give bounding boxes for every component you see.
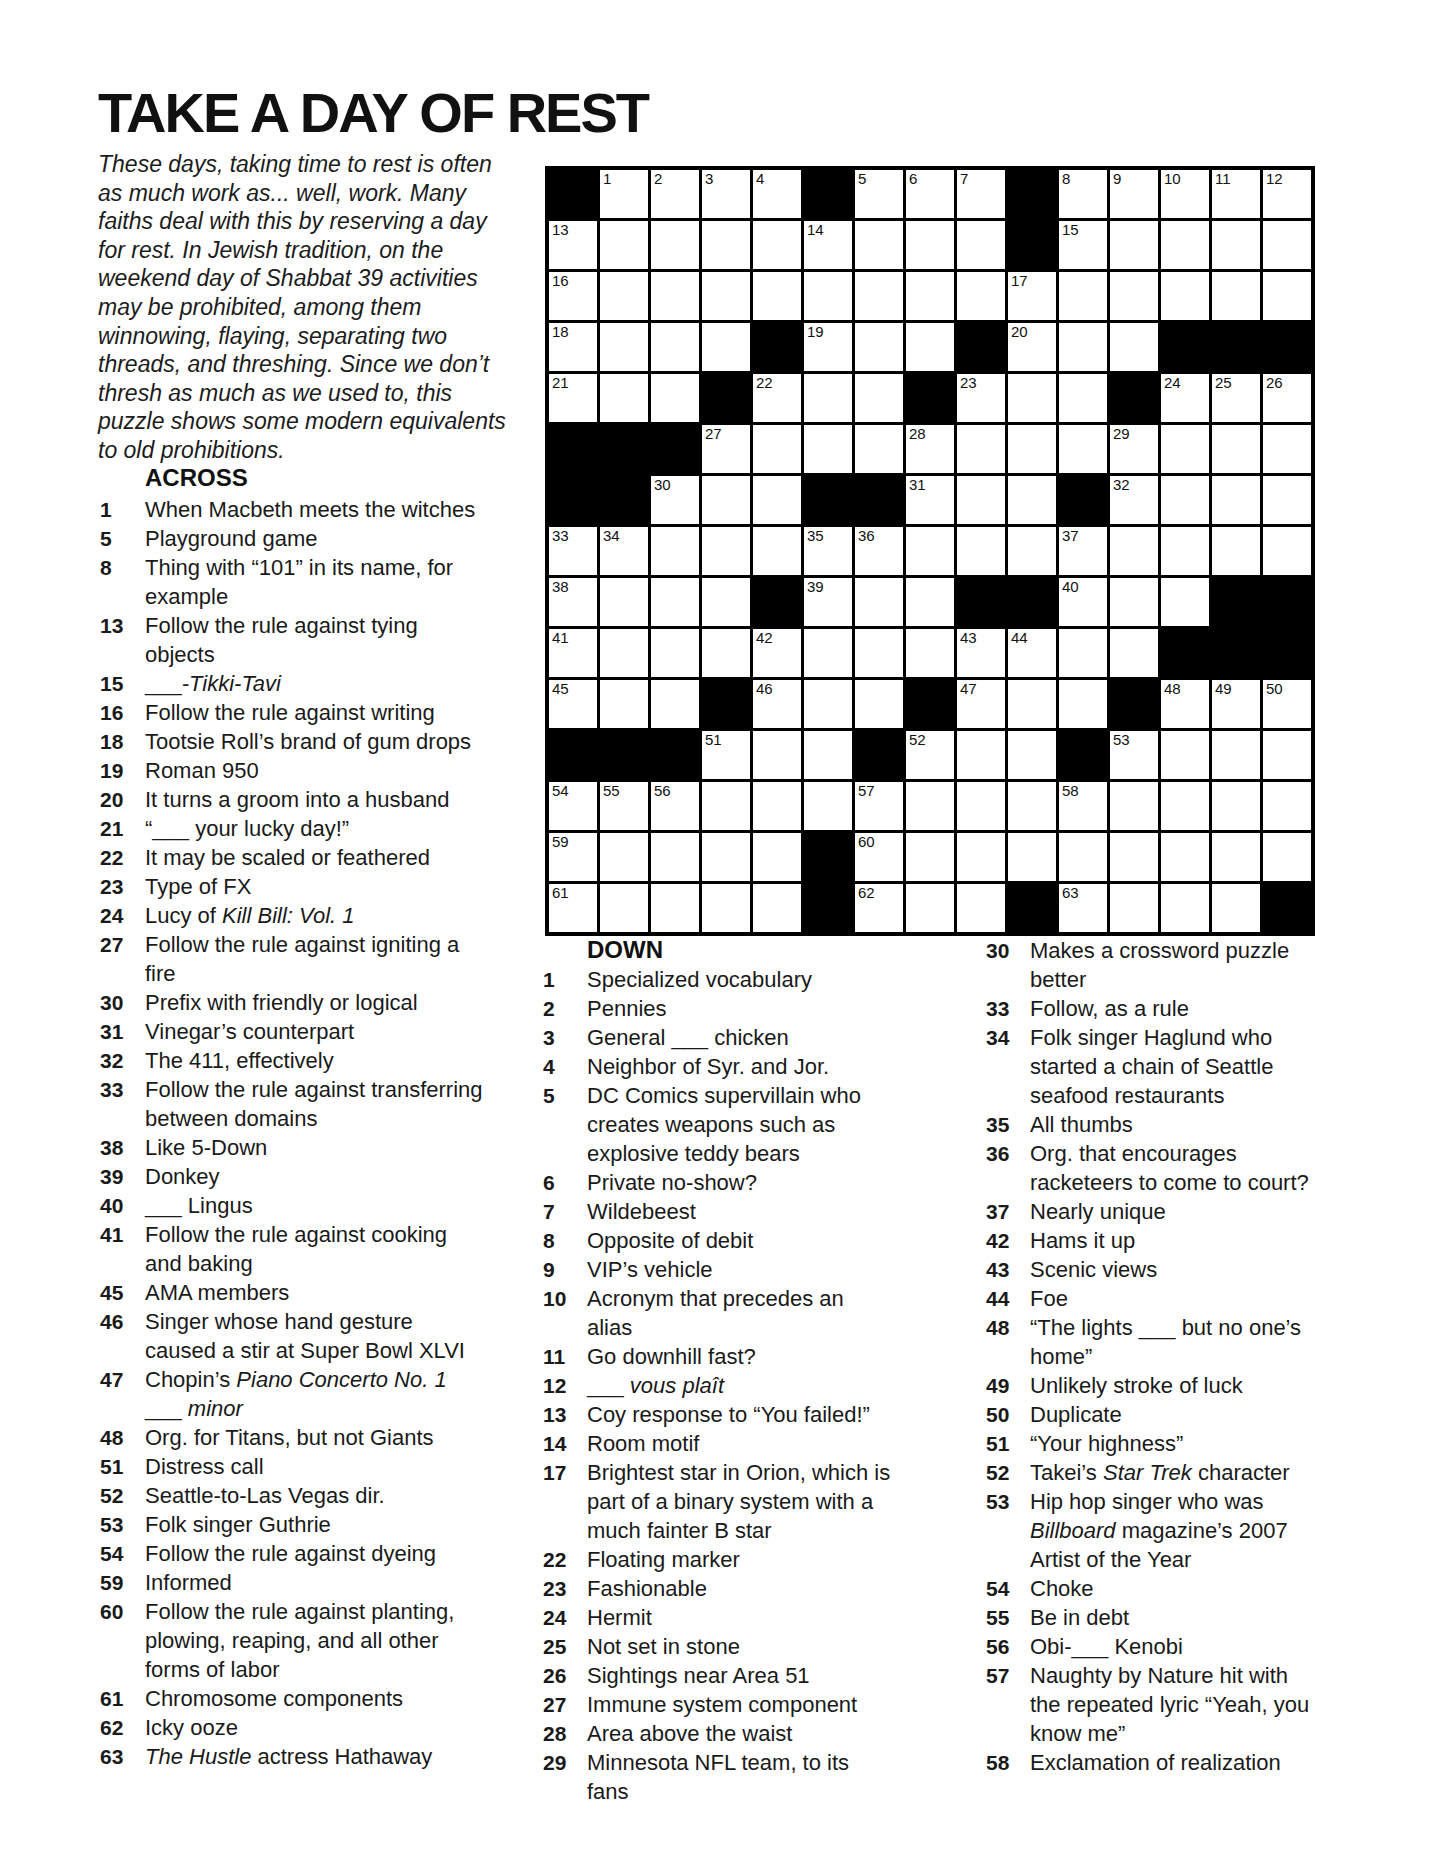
grid-cell[interactable]: 38 [549,578,597,626]
grid-cell[interactable] [1161,833,1209,881]
grid-cell[interactable] [600,221,648,269]
grid-cell[interactable] [753,272,801,320]
grid-cell[interactable]: 37 [1059,527,1107,575]
grid-cell[interactable] [753,884,801,932]
grid-cell[interactable] [1161,272,1209,320]
grid-cell[interactable] [753,782,801,830]
grid-cell[interactable] [600,578,648,626]
cell-number: 31 [909,476,926,493]
grid-cell[interactable]: 62 [855,884,903,932]
black-cell [906,374,954,422]
grid-cell[interactable]: 19 [804,323,852,371]
clue-number: 50 [986,1400,1030,1429]
cell-number: 45 [552,680,569,697]
grid-cell[interactable] [1008,425,1056,473]
across-clue: 32The 411, effectively [100,1046,500,1075]
grid-cell[interactable] [1161,782,1209,830]
grid-cell[interactable]: 18 [549,323,597,371]
grid-cell[interactable] [1161,221,1209,269]
grid-cell[interactable] [753,731,801,779]
grid-cell[interactable] [651,578,699,626]
grid-cell[interactable]: 59 [549,833,597,881]
grid-cell[interactable]: 29 [1110,425,1158,473]
clue-number: 49 [986,1371,1030,1400]
grid-cell[interactable]: 30 [651,476,699,524]
grid-cell[interactable] [855,323,903,371]
grid-cell[interactable]: 40 [1059,578,1107,626]
clue-text: The Hustle actress Hathaway [145,1742,487,1771]
grid-cell[interactable] [804,272,852,320]
grid-cell[interactable] [1263,221,1311,269]
grid-cell[interactable]: 48 [1161,680,1209,728]
grid-cell[interactable]: 26 [1263,374,1311,422]
grid-cell[interactable] [1059,272,1107,320]
grid-cell[interactable] [1263,425,1311,473]
grid-cell[interactable] [702,527,750,575]
cell-number: 22 [756,374,773,391]
clue-text: Follow the rule against cooking and baki… [145,1220,487,1278]
down-clue: 48“The lights ___ but no one’s home” [986,1313,1336,1371]
grid-cell[interactable]: 52 [906,731,954,779]
down-clue: 13Coy response to “You failed!” [543,1400,963,1429]
grid-cell[interactable] [804,374,852,422]
black-cell [855,731,903,779]
across-clue: 19Roman 950 [100,756,500,785]
grid-cell[interactable] [957,272,1005,320]
cell-number: 38 [552,578,569,595]
grid-cell[interactable] [906,884,954,932]
clue-number: 31 [100,1017,145,1046]
clue-number: 21 [100,814,145,843]
grid-cell[interactable] [1059,833,1107,881]
clue-number: 42 [986,1226,1030,1255]
grid-cell[interactable] [753,833,801,881]
across-clue: 21“___ your lucky day!” [100,814,500,843]
clue-text: Hip hop singer who was Billboard magazin… [1030,1487,1324,1574]
grid-cell[interactable] [651,680,699,728]
black-cell [804,833,852,881]
clue-text: Follow the rule against planting, plowin… [145,1597,487,1684]
grid-cell[interactable] [906,578,954,626]
grid-cell[interactable] [1059,374,1107,422]
grid-cell[interactable] [600,629,648,677]
grid-cell[interactable]: 63 [1059,884,1107,932]
grid-cell[interactable]: 25 [1212,374,1260,422]
grid-cell[interactable]: 41 [549,629,597,677]
grid-cell[interactable] [957,527,1005,575]
black-cell [1212,629,1260,677]
cell-number: 17 [1011,272,1028,289]
grid-cell[interactable] [1212,221,1260,269]
grid-cell[interactable] [651,833,699,881]
grid-cell[interactable] [753,527,801,575]
grid-cell[interactable] [1110,221,1158,269]
grid-cell[interactable] [1161,476,1209,524]
grid-cell[interactable]: 16 [549,272,597,320]
clue-text: Exclamation of realization [1030,1748,1324,1777]
grid-cell[interactable] [804,731,852,779]
cell-number: 2 [654,170,662,187]
grid-cell[interactable] [600,374,648,422]
grid-cell[interactable]: 42 [753,629,801,677]
grid-cell[interactable]: 21 [549,374,597,422]
grid-cell[interactable]: 33 [549,527,597,575]
grid-cell[interactable]: 36 [855,527,903,575]
grid-cell[interactable] [1212,476,1260,524]
clue-text: Takei’s Star Trek character [1030,1458,1324,1487]
cell-number: 32 [1113,476,1130,493]
grid-cell[interactable] [1212,731,1260,779]
cell-number: 20 [1011,323,1028,340]
grid-cell[interactable]: 35 [804,527,852,575]
clue-number: 33 [986,994,1030,1023]
grid-cell[interactable] [702,782,750,830]
grid-cell[interactable] [1008,782,1056,830]
clue-text: All thumbs [1030,1110,1324,1139]
across-clue: 8Thing with “101” in its name, for examp… [100,553,500,611]
grid-cell[interactable] [702,272,750,320]
grid-cell[interactable] [1161,884,1209,932]
grid-cell[interactable] [906,272,954,320]
across-clue: 33Follow the rule against transferring b… [100,1075,500,1133]
grid-cell[interactable] [804,782,852,830]
grid-cell[interactable] [1212,782,1260,830]
across-clue: 53Folk singer Guthrie [100,1510,500,1539]
grid-cell[interactable] [1110,629,1158,677]
grid-cell[interactable]: 7 [957,170,1005,218]
grid-cell[interactable] [1161,578,1209,626]
grid-cell[interactable]: 51 [702,731,750,779]
grid-cell[interactable]: 32 [1110,476,1158,524]
grid-cell[interactable] [702,884,750,932]
clue-number: 34 [986,1023,1030,1052]
grid-cell[interactable] [600,272,648,320]
grid-cell[interactable] [651,221,699,269]
grid-cell[interactable] [1212,272,1260,320]
grid-cell[interactable] [855,425,903,473]
down-clue: 49Unlikely stroke of luck [986,1371,1336,1400]
clue-number: 41 [100,1220,145,1249]
grid-cell[interactable] [957,731,1005,779]
across-clue: 46Singer whose hand gesture caused a sti… [100,1307,500,1365]
grid-cell[interactable]: 1 [600,170,648,218]
grid-cell[interactable]: 45 [549,680,597,728]
grid-cell[interactable] [804,425,852,473]
clue-number: 22 [543,1545,587,1574]
grid-cell[interactable] [855,374,903,422]
grid-cell[interactable]: 46 [753,680,801,728]
grid-cell[interactable] [1008,833,1056,881]
clue-text: Private no-show? [587,1168,893,1197]
grid-cell[interactable] [702,221,750,269]
grid-cell[interactable] [1110,527,1158,575]
grid-cell[interactable] [600,884,648,932]
across-clue: 45AMA members [100,1278,500,1307]
black-cell [1110,374,1158,422]
grid-cell[interactable]: 20 [1008,323,1056,371]
clue-number: 45 [100,1278,145,1307]
clue-number: 8 [100,553,145,582]
across-clue: 23Type of FX [100,872,500,901]
cell-number: 6 [909,170,917,187]
clue-text: Prefix with friendly or logical [145,988,487,1017]
grid-cell[interactable]: 22 [753,374,801,422]
black-cell [804,170,852,218]
cell-number: 48 [1164,680,1181,697]
grid-cell[interactable] [1161,527,1209,575]
clue-text: VIP’s vehicle [587,1255,893,1284]
grid-cell[interactable]: 17 [1008,272,1056,320]
grid-cell[interactable] [957,884,1005,932]
grid-cell[interactable] [957,221,1005,269]
clue-text: It turns a groom into a husband [145,785,487,814]
clue-number: 54 [100,1539,145,1568]
grid-cell[interactable] [600,323,648,371]
grid-cell[interactable] [600,833,648,881]
grid-cell[interactable]: 4 [753,170,801,218]
grid-cell[interactable] [651,629,699,677]
grid-cell[interactable] [1008,527,1056,575]
clue-text: Playground game [145,524,487,553]
black-cell [651,731,699,779]
grid-cell[interactable]: 10 [1161,170,1209,218]
grid-cell[interactable]: 27 [702,425,750,473]
grid-cell[interactable] [702,629,750,677]
across-clue: 48Org. for Titans, but not Giants [100,1423,500,1452]
grid-cell[interactable] [957,425,1005,473]
grid-cell[interactable]: 14 [804,221,852,269]
clue-text: Unlikely stroke of luck [1030,1371,1324,1400]
across-clue: 24Lucy of Kill Bill: Vol. 1 [100,901,500,930]
across-clue: 30Prefix with friendly or logical [100,988,500,1017]
down-clue: 56Obi-___ Kenobi [986,1632,1336,1661]
grid-cell[interactable]: 56 [651,782,699,830]
across-clue: 20It turns a groom into a husband [100,785,500,814]
grid-cell[interactable]: 61 [549,884,597,932]
clue-number: 60 [100,1597,145,1626]
grid-cell[interactable] [804,680,852,728]
grid-cell[interactable]: 3 [702,170,750,218]
cell-number: 44 [1011,629,1028,646]
clue-text: Follow the rule against transferring bet… [145,1075,487,1133]
grid-cell[interactable]: 23 [957,374,1005,422]
clue-text: Fashionable [587,1574,893,1603]
grid-cell[interactable] [1110,833,1158,881]
grid-cell[interactable] [753,425,801,473]
grid-cell[interactable] [651,884,699,932]
grid-cell[interactable] [1263,476,1311,524]
grid-cell[interactable] [1263,731,1311,779]
grid-cell[interactable] [702,476,750,524]
grid-cell[interactable] [1110,272,1158,320]
clue-number: 16 [100,698,145,727]
clue-text: Area above the waist [587,1719,893,1748]
clue-number: 6 [543,1168,587,1197]
grid-cell[interactable] [1059,425,1107,473]
grid-cell[interactable]: 60 [855,833,903,881]
grid-cell[interactable] [1110,884,1158,932]
grid-cell[interactable] [1263,833,1311,881]
cell-number: 14 [807,221,824,238]
down-clue: 7Wildebeest [543,1197,963,1226]
grid-cell[interactable] [1059,680,1107,728]
grid-cell[interactable]: 50 [1263,680,1311,728]
down-clue: 29Minnesota NFL team, to its fans [543,1748,963,1806]
cell-number: 9 [1113,170,1121,187]
grid-cell[interactable] [906,782,954,830]
grid-cell[interactable] [906,323,954,371]
grid-cell[interactable] [1263,527,1311,575]
cell-number: 56 [654,782,671,799]
grid-cell[interactable] [957,476,1005,524]
grid-cell[interactable] [957,782,1005,830]
grid-cell[interactable] [1008,374,1056,422]
grid-cell[interactable] [855,578,903,626]
grid-cell[interactable] [855,629,903,677]
grid-cell[interactable] [753,221,801,269]
grid-cell[interactable]: 28 [906,425,954,473]
grid-cell[interactable] [1263,782,1311,830]
grid-cell[interactable] [600,680,648,728]
grid-cell[interactable] [1212,884,1260,932]
grid-cell[interactable]: 6 [906,170,954,218]
grid-cell[interactable] [1212,833,1260,881]
cell-number: 61 [552,884,569,901]
clue-text: General ___ chicken [587,1023,893,1052]
grid-cell[interactable] [906,527,954,575]
grid-cell[interactable]: 53 [1110,731,1158,779]
clue-text: Coy response to “You failed!” [587,1400,893,1429]
clue-text: Sightings near Area 51 [587,1661,893,1690]
grid-cell[interactable]: 9 [1110,170,1158,218]
grid-cell[interactable] [1263,272,1311,320]
grid-cell[interactable]: 31 [906,476,954,524]
grid-cell[interactable] [906,221,954,269]
clue-number: 24 [100,901,145,930]
grid-cell[interactable] [804,629,852,677]
clue-number: 11 [543,1342,587,1371]
cell-number: 63 [1062,884,1079,901]
down-clue: 36Org. that encourages racketeers to com… [986,1139,1336,1197]
down-clue: 50Duplicate [986,1400,1336,1429]
grid-cell[interactable] [855,221,903,269]
cell-number: 50 [1266,680,1283,697]
clue-text: Follow, as a rule [1030,994,1324,1023]
grid-cell[interactable] [1110,782,1158,830]
clue-number: 43 [986,1255,1030,1284]
crossword-grid: 1234567891011121314151617181920212223242… [545,166,1315,936]
grid-cell[interactable] [957,833,1005,881]
grid-cell[interactable] [1161,731,1209,779]
cell-number: 55 [603,782,620,799]
grid-cell[interactable] [651,272,699,320]
clue-text: Choke [1030,1574,1324,1603]
clue-number: 59 [100,1568,145,1597]
grid-cell[interactable]: 34 [600,527,648,575]
grid-cell[interactable]: 5 [855,170,903,218]
grid-cell[interactable]: 55 [600,782,648,830]
black-cell [1161,323,1209,371]
clue-number: 52 [100,1481,145,1510]
grid-cell[interactable] [906,629,954,677]
grid-cell[interactable] [1212,527,1260,575]
cell-number: 4 [756,170,764,187]
clue-number: 38 [100,1133,145,1162]
cell-number: 40 [1062,578,1079,595]
grid-cell[interactable]: 43 [957,629,1005,677]
grid-cell[interactable] [1212,425,1260,473]
grid-cell[interactable] [906,833,954,881]
clue-number: 27 [100,930,145,959]
grid-cell[interactable]: 12 [1263,170,1311,218]
clue-number: 1 [543,965,587,994]
grid-cell[interactable] [1110,578,1158,626]
down-clue: 53Hip hop singer who was Billboard magaz… [986,1487,1336,1574]
cell-number: 10 [1164,170,1181,187]
grid-cell[interactable] [1059,629,1107,677]
grid-cell[interactable] [651,374,699,422]
grid-cell[interactable] [702,578,750,626]
grid-cell[interactable] [855,680,903,728]
cell-number: 58 [1062,782,1079,799]
cell-number: 47 [960,680,977,697]
grid-cell[interactable]: 54 [549,782,597,830]
grid-cell[interactable] [753,476,801,524]
grid-cell[interactable]: 39 [804,578,852,626]
grid-cell[interactable] [1110,323,1158,371]
clue-text: “Your highness” [1030,1429,1324,1458]
across-clue: 47Chopin’s Piano Concerto No. 1 ___ mino… [100,1365,500,1423]
black-cell [753,578,801,626]
cell-number: 28 [909,425,926,442]
grid-cell[interactable] [1008,476,1056,524]
grid-cell[interactable]: 44 [1008,629,1056,677]
cell-number: 16 [552,272,569,289]
black-cell [1263,884,1311,932]
grid-cell[interactable]: 57 [855,782,903,830]
cell-number: 8 [1062,170,1070,187]
grid-cell[interactable]: 49 [1212,680,1260,728]
grid-cell[interactable]: 24 [1161,374,1209,422]
grid-cell[interactable] [1008,731,1056,779]
grid-cell[interactable]: 13 [549,221,597,269]
grid-cell[interactable]: 8 [1059,170,1107,218]
clue-number: 13 [100,611,145,640]
grid-cell[interactable] [1059,323,1107,371]
cell-number: 24 [1164,374,1181,391]
grid-cell[interactable] [651,527,699,575]
grid-cell[interactable] [702,833,750,881]
clue-number: 26 [543,1661,587,1690]
grid-cell[interactable] [1161,425,1209,473]
grid-cell[interactable]: 47 [957,680,1005,728]
down-clue: 51“Your highness” [986,1429,1336,1458]
grid-cell[interactable]: 2 [651,170,699,218]
clue-text: Follow the rule against igniting a fire [145,930,487,988]
grid-cell[interactable]: 58 [1059,782,1107,830]
grid-cell[interactable] [702,323,750,371]
grid-cell[interactable] [651,323,699,371]
grid-cell[interactable] [1008,680,1056,728]
black-cell [549,425,597,473]
black-cell [1008,170,1056,218]
grid-cell[interactable]: 15 [1059,221,1107,269]
cell-number: 26 [1266,374,1283,391]
clue-number: 51 [100,1452,145,1481]
grid-cell[interactable] [855,272,903,320]
clue-text: Donkey [145,1162,487,1191]
grid-cell[interactable]: 11 [1212,170,1260,218]
